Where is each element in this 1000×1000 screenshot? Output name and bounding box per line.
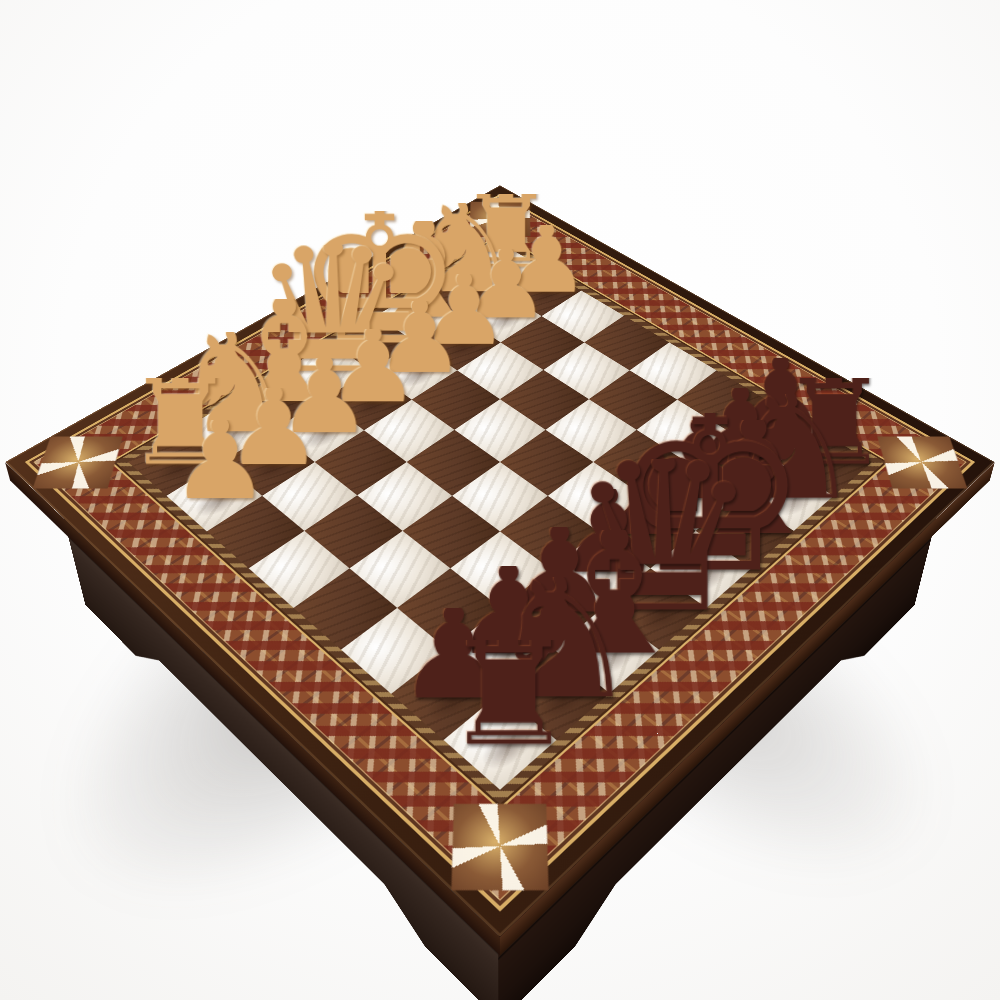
white-pawn-glyph: ♟ bbox=[170, 420, 270, 500]
chess-table: ♜♞♝♛♚♝♞♜♟♟♟♟♟♟♟♟♟♟♟♟♟♟♟♟♜♞♝♛♚♝♞♜ bbox=[5, 185, 995, 937]
photo-stage: ♜♞♝♛♚♝♞♜♟♟♟♟♟♟♟♟♟♟♟♟♟♟♟♟♜♞♝♛♚♝♞♜ bbox=[0, 0, 1000, 1000]
black-rook-glyph: ♜ bbox=[443, 640, 576, 747]
scene: ♜♞♝♛♚♝♞♜♟♟♟♟♟♟♟♟♟♟♟♟♟♟♟♟♜♞♝♛♚♝♞♜ bbox=[0, 0, 1000, 1000]
